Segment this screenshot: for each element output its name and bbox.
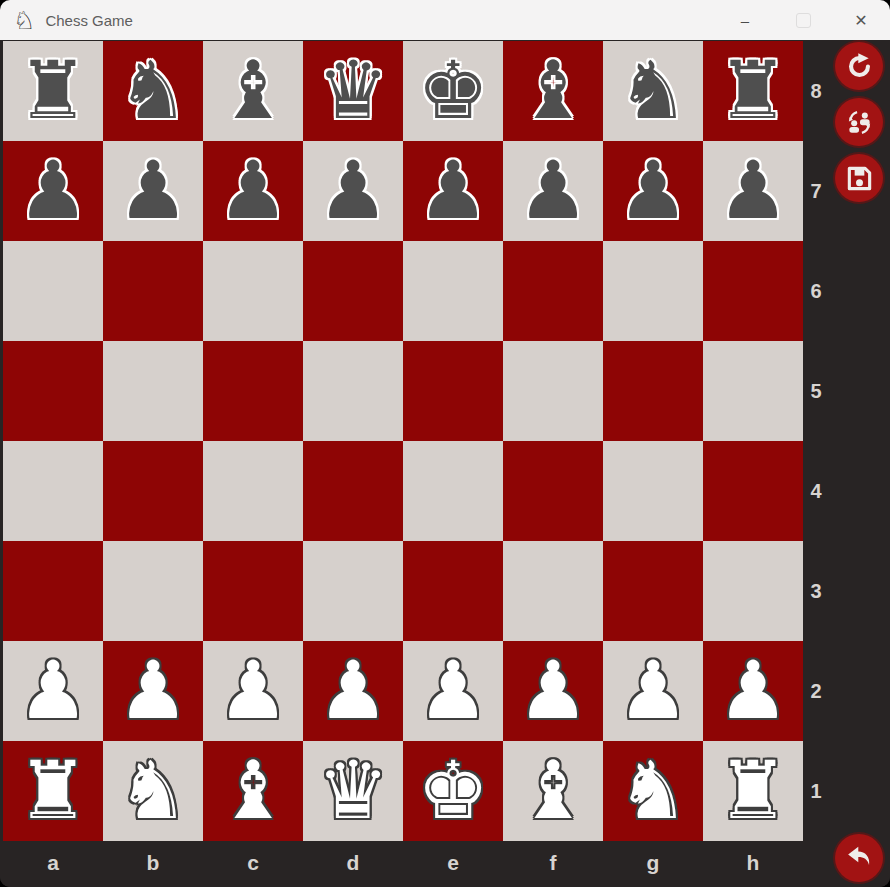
square-a4[interactable] bbox=[3, 441, 103, 541]
square-c8[interactable]: ♝ bbox=[203, 41, 303, 141]
square-g1[interactable]: ♞ bbox=[603, 741, 703, 841]
square-g8[interactable]: ♞ bbox=[603, 41, 703, 141]
square-g3[interactable] bbox=[603, 541, 703, 641]
minimize-button[interactable]: – bbox=[716, 0, 774, 40]
square-b1[interactable]: ♞ bbox=[103, 741, 203, 841]
square-f5[interactable] bbox=[503, 341, 603, 441]
file-label-d: d bbox=[303, 841, 403, 885]
rank-label-7: 7 bbox=[803, 141, 829, 241]
square-h8[interactable]: ♜ bbox=[703, 41, 803, 141]
piece-white-king[interactable]: ♚ bbox=[417, 751, 489, 831]
titlebar: ♘ Chess Game – ✕ bbox=[0, 0, 890, 40]
piece-black-knight[interactable]: ♞ bbox=[117, 51, 189, 131]
rank-label-3: 3 bbox=[803, 541, 829, 641]
undo-button[interactable] bbox=[835, 834, 883, 882]
save-icon bbox=[845, 164, 874, 193]
piece-black-pawn[interactable]: ♟ bbox=[317, 151, 389, 231]
rank-label-6: 6 bbox=[803, 241, 829, 341]
file-label-c: c bbox=[203, 841, 303, 885]
file-label-a: a bbox=[3, 841, 103, 885]
square-e3[interactable] bbox=[403, 541, 503, 641]
piece-white-bishop[interactable]: ♝ bbox=[517, 751, 589, 831]
square-c3[interactable] bbox=[203, 541, 303, 641]
square-b6[interactable] bbox=[103, 241, 203, 341]
square-h2[interactable]: ♟ bbox=[703, 641, 803, 741]
side-buttons bbox=[835, 42, 883, 202]
piece-black-king[interactable]: ♚ bbox=[417, 51, 489, 131]
undo-icon bbox=[845, 844, 874, 873]
square-h3[interactable] bbox=[703, 541, 803, 641]
square-b3[interactable] bbox=[103, 541, 203, 641]
piece-black-bishop[interactable]: ♝ bbox=[217, 51, 289, 131]
save-button[interactable] bbox=[835, 154, 883, 202]
rank-label-5: 5 bbox=[803, 341, 829, 441]
piece-black-pawn[interactable]: ♟ bbox=[117, 151, 189, 231]
square-f2[interactable]: ♟ bbox=[503, 641, 603, 741]
square-e5[interactable] bbox=[403, 341, 503, 441]
chess-game-window: ♘ Chess Game – ✕ ♜♞♝♛♚♝♞♜♟♟♟♟♟♟♟♟♟♟♟♟♟♟♟… bbox=[0, 0, 890, 887]
piece-black-pawn[interactable]: ♟ bbox=[417, 151, 489, 231]
square-d1[interactable]: ♛ bbox=[303, 741, 403, 841]
maximize-icon bbox=[796, 13, 811, 28]
square-a8[interactable]: ♜ bbox=[3, 41, 103, 141]
square-e1[interactable]: ♚ bbox=[403, 741, 503, 841]
piece-white-pawn[interactable]: ♟ bbox=[717, 651, 789, 731]
square-b4[interactable] bbox=[103, 441, 203, 541]
piece-white-pawn[interactable]: ♟ bbox=[17, 651, 89, 731]
rank-label-2: 2 bbox=[803, 641, 829, 741]
square-d4[interactable] bbox=[303, 441, 403, 541]
piece-black-pawn[interactable]: ♟ bbox=[717, 151, 789, 231]
square-f6[interactable] bbox=[503, 241, 603, 341]
square-f4[interactable] bbox=[503, 441, 603, 541]
restart-icon bbox=[845, 52, 874, 81]
file-label-h: h bbox=[703, 841, 803, 885]
piece-black-knight[interactable]: ♞ bbox=[617, 51, 689, 131]
square-a7[interactable]: ♟ bbox=[3, 141, 103, 241]
rank-label-1: 1 bbox=[803, 741, 829, 841]
swap-players-button[interactable] bbox=[835, 98, 883, 146]
square-b2[interactable]: ♟ bbox=[103, 641, 203, 741]
piece-white-pawn[interactable]: ♟ bbox=[217, 651, 289, 731]
square-e7[interactable]: ♟ bbox=[403, 141, 503, 241]
piece-white-queen[interactable]: ♛ bbox=[317, 751, 389, 831]
file-label-b: b bbox=[103, 841, 203, 885]
window-controls: – ✕ bbox=[716, 0, 890, 40]
square-e4[interactable] bbox=[403, 441, 503, 541]
piece-white-pawn[interactable]: ♟ bbox=[417, 651, 489, 731]
piece-white-pawn[interactable]: ♟ bbox=[117, 651, 189, 731]
board: ♜♞♝♛♚♝♞♜♟♟♟♟♟♟♟♟♟♟♟♟♟♟♟♟♜♞♝♛♚♝♞♜ bbox=[3, 41, 803, 841]
piece-white-knight[interactable]: ♞ bbox=[617, 751, 689, 831]
square-g5[interactable] bbox=[603, 341, 703, 441]
square-b7[interactable]: ♟ bbox=[103, 141, 203, 241]
app-knight-icon: ♘ bbox=[13, 8, 35, 33]
file-label-g: g bbox=[603, 841, 703, 885]
square-g4[interactable] bbox=[603, 441, 703, 541]
rank-labels: 87654321 bbox=[803, 41, 829, 841]
file-label-f: f bbox=[503, 841, 603, 885]
square-h7[interactable]: ♟ bbox=[703, 141, 803, 241]
square-g2[interactable]: ♟ bbox=[603, 641, 703, 741]
square-c2[interactable]: ♟ bbox=[203, 641, 303, 741]
square-c1[interactable]: ♝ bbox=[203, 741, 303, 841]
square-d3[interactable] bbox=[303, 541, 403, 641]
piece-black-pawn[interactable]: ♟ bbox=[617, 151, 689, 231]
square-d6[interactable] bbox=[303, 241, 403, 341]
file-labels: abcdefgh bbox=[3, 841, 803, 885]
square-f7[interactable]: ♟ bbox=[503, 141, 603, 241]
window-title: Chess Game bbox=[45, 12, 133, 29]
square-e2[interactable]: ♟ bbox=[403, 641, 503, 741]
piece-black-pawn[interactable]: ♟ bbox=[17, 151, 89, 231]
square-d5[interactable] bbox=[303, 341, 403, 441]
square-g7[interactable]: ♟ bbox=[603, 141, 703, 241]
square-a2[interactable]: ♟ bbox=[3, 641, 103, 741]
square-c5[interactable] bbox=[203, 341, 303, 441]
square-d2[interactable]: ♟ bbox=[303, 641, 403, 741]
piece-white-knight[interactable]: ♞ bbox=[117, 751, 189, 831]
piece-black-bishop[interactable]: ♝ bbox=[517, 51, 589, 131]
restart-button[interactable] bbox=[835, 42, 883, 90]
square-f8[interactable]: ♝ bbox=[503, 41, 603, 141]
piece-black-pawn[interactable]: ♟ bbox=[517, 151, 589, 231]
square-d8[interactable]: ♛ bbox=[303, 41, 403, 141]
square-h4[interactable] bbox=[703, 441, 803, 541]
square-b8[interactable]: ♞ bbox=[103, 41, 203, 141]
square-g6[interactable] bbox=[603, 241, 703, 341]
piece-black-rook[interactable]: ♜ bbox=[717, 51, 789, 131]
piece-white-bishop[interactable]: ♝ bbox=[217, 751, 289, 831]
swap-players-icon bbox=[845, 108, 874, 137]
square-c6[interactable] bbox=[203, 241, 303, 341]
close-button[interactable]: ✕ bbox=[832, 0, 890, 40]
piece-black-queen[interactable]: ♛ bbox=[317, 51, 389, 131]
rank-label-4: 4 bbox=[803, 441, 829, 541]
piece-white-rook[interactable]: ♜ bbox=[17, 751, 89, 831]
square-h6[interactable] bbox=[703, 241, 803, 341]
square-e6[interactable] bbox=[403, 241, 503, 341]
square-a5[interactable] bbox=[3, 341, 103, 441]
square-f1[interactable]: ♝ bbox=[503, 741, 603, 841]
rank-label-8: 8 bbox=[803, 41, 829, 141]
square-e8[interactable]: ♚ bbox=[403, 41, 503, 141]
square-b5[interactable] bbox=[103, 341, 203, 441]
board-frame: ♜♞♝♛♚♝♞♜♟♟♟♟♟♟♟♟♟♟♟♟♟♟♟♟♜♞♝♛♚♝♞♜ 8765432… bbox=[0, 40, 890, 887]
maximize-button[interactable] bbox=[774, 0, 832, 40]
file-label-e: e bbox=[403, 841, 503, 885]
piece-white-pawn[interactable]: ♟ bbox=[617, 651, 689, 731]
piece-white-pawn[interactable]: ♟ bbox=[317, 651, 389, 731]
piece-white-pawn[interactable]: ♟ bbox=[517, 651, 589, 731]
piece-white-rook[interactable]: ♜ bbox=[717, 751, 789, 831]
square-c4[interactable] bbox=[203, 441, 303, 541]
square-a3[interactable] bbox=[3, 541, 103, 641]
piece-black-rook[interactable]: ♜ bbox=[17, 51, 89, 131]
square-h5[interactable] bbox=[703, 341, 803, 441]
square-f3[interactable] bbox=[503, 541, 603, 641]
square-h1[interactable]: ♜ bbox=[703, 741, 803, 841]
square-a1[interactable]: ♜ bbox=[3, 741, 103, 841]
piece-black-pawn[interactable]: ♟ bbox=[217, 151, 289, 231]
square-d7[interactable]: ♟ bbox=[303, 141, 403, 241]
square-c7[interactable]: ♟ bbox=[203, 141, 303, 241]
square-a6[interactable] bbox=[3, 241, 103, 341]
